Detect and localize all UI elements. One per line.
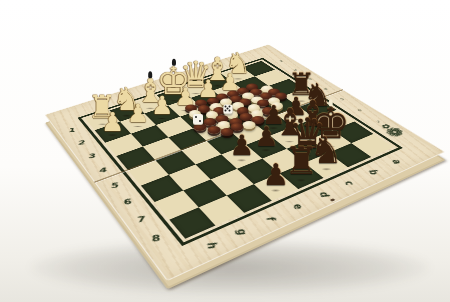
product-photo-scene: 12345678hgfedcba12345678 ❁✿ ♜♟♞♟♝♟♚♟♛♟♝♟… <box>0 0 450 302</box>
checker-disc-dark[interactable] <box>207 126 220 134</box>
piece-finial-tip <box>329 100 333 107</box>
die-pip <box>229 105 231 107</box>
white-pawn[interactable]: ♟ <box>127 101 149 126</box>
piece-glyph: ♟ <box>262 160 289 190</box>
piece-glyph: ♟ <box>101 109 124 135</box>
white-pawn[interactable]: ♟ <box>151 93 173 118</box>
die-pip <box>229 110 231 112</box>
dark-pawn[interactable]: ♟ <box>262 160 289 190</box>
piece-finial-tip <box>149 71 153 78</box>
white-pawn[interactable]: ♟ <box>101 109 124 135</box>
die-pip <box>224 110 226 112</box>
piece-glyph: ♟ <box>229 131 254 159</box>
piece-glyph: ♟ <box>254 122 278 149</box>
die-face-2[interactable] <box>193 114 203 124</box>
die-pip <box>199 120 201 122</box>
dark-pawn[interactable]: ♟ <box>229 131 254 159</box>
piece-glyph: ♜ <box>284 141 318 179</box>
piece-finial-tip <box>172 59 176 66</box>
piece-glyph: ♟ <box>151 93 173 118</box>
die-face-5[interactable] <box>223 104 232 113</box>
dark-pawn[interactable]: ♟ <box>254 122 278 149</box>
die-pip <box>195 116 197 118</box>
pieces-layer: ♜♟♞♟♝♟♚♟♛♟♝♟♞♜♞♟♟♝♝♟♟♚♛♞♜♟ <box>0 0 450 302</box>
piece-glyph: ♟ <box>197 78 219 102</box>
piece-glyph: ♟ <box>127 101 149 126</box>
dark-rook[interactable]: ♜ <box>284 141 318 179</box>
white-pawn[interactable]: ♟ <box>197 78 219 102</box>
